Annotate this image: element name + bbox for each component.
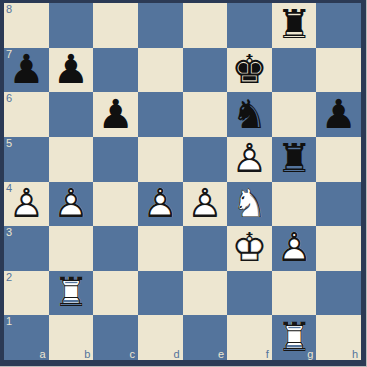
piece-glyph: ♜ <box>276 138 312 178</box>
piece-glyph-outline: ♙ <box>142 183 178 223</box>
piece-white-pawn-a4[interactable]: ♟♙ <box>4 182 49 227</box>
piece-black-rook-g5[interactable]: ♜ <box>272 137 317 182</box>
square-d6[interactable] <box>138 92 183 137</box>
square-h6[interactable]: ♟ <box>316 92 361 137</box>
square-b8[interactable] <box>49 3 94 48</box>
square-a5[interactable]: 5 <box>4 137 49 182</box>
square-d2[interactable] <box>138 271 183 316</box>
piece-white-pawn-f5[interactable]: ♟♙ <box>227 137 272 182</box>
piece-glyph-outline: ♖ <box>276 316 312 356</box>
piece-glyph-outline: ♙ <box>232 138 268 178</box>
piece-black-pawn-b7[interactable]: ♟ <box>49 48 94 93</box>
square-e8[interactable] <box>183 3 228 48</box>
rank-label-1: 1 <box>6 316 12 327</box>
square-g1[interactable]: g♜♖ <box>272 315 317 360</box>
square-f7[interactable]: ♚ <box>227 48 272 93</box>
piece-glyph: ♜ <box>276 4 312 44</box>
square-g4[interactable] <box>272 182 317 227</box>
piece-black-pawn-c6[interactable]: ♟ <box>93 92 138 137</box>
piece-white-pawn-e4[interactable]: ♟♙ <box>183 182 228 227</box>
square-h7[interactable] <box>316 48 361 93</box>
square-g3[interactable]: ♟♙ <box>272 226 317 271</box>
square-c8[interactable] <box>93 3 138 48</box>
square-b3[interactable] <box>49 226 94 271</box>
piece-white-king-f3[interactable]: ♚♔ <box>227 226 272 271</box>
square-e2[interactable] <box>183 271 228 316</box>
square-h1[interactable]: h <box>316 315 361 360</box>
square-e4[interactable]: ♟♙ <box>183 182 228 227</box>
square-c7[interactable] <box>93 48 138 93</box>
piece-glyph-outline: ♙ <box>8 183 44 223</box>
square-c1[interactable]: c <box>93 315 138 360</box>
square-f5[interactable]: ♟♙ <box>227 137 272 182</box>
piece-white-pawn-d4[interactable]: ♟♙ <box>138 182 183 227</box>
square-f8[interactable] <box>227 3 272 48</box>
piece-glyph-outline: ♘ <box>232 183 268 223</box>
file-label-d: d <box>173 349 179 360</box>
square-f3[interactable]: ♚♔ <box>227 226 272 271</box>
square-f6[interactable]: ♞ <box>227 92 272 137</box>
square-a4[interactable]: 4♟♙ <box>4 182 49 227</box>
piece-white-rook-g1[interactable]: ♜♖ <box>272 315 317 360</box>
square-g6[interactable] <box>272 92 317 137</box>
piece-glyph-outline: ♔ <box>232 227 268 267</box>
square-b4[interactable]: ♟♙ <box>49 182 94 227</box>
square-d3[interactable] <box>138 226 183 271</box>
square-d4[interactable]: ♟♙ <box>138 182 183 227</box>
rank-label-2: 2 <box>6 272 12 283</box>
piece-black-rook-g8[interactable]: ♜ <box>272 3 317 48</box>
square-c4[interactable] <box>93 182 138 227</box>
square-g2[interactable] <box>272 271 317 316</box>
square-g7[interactable] <box>272 48 317 93</box>
rank-label-5: 5 <box>6 138 12 149</box>
square-d8[interactable] <box>138 3 183 48</box>
file-label-f: f <box>266 349 269 360</box>
square-f2[interactable] <box>227 271 272 316</box>
square-a1[interactable]: 1a <box>4 315 49 360</box>
file-label-e: e <box>218 349 224 360</box>
rank-label-6: 6 <box>6 93 12 104</box>
piece-glyph-outline: ♙ <box>276 227 312 267</box>
square-h3[interactable] <box>316 226 361 271</box>
chess-board: 8♜7♟♟♚6♟♞♟5♟♙♜4♟♙♟♙♟♙♟♙♞♘3♚♔♟♙2♜♖1abcdef… <box>0 0 367 367</box>
piece-glyph: ♟ <box>98 93 134 133</box>
piece-white-pawn-g3[interactable]: ♟♙ <box>272 226 317 271</box>
file-label-b: b <box>84 349 90 360</box>
square-b1[interactable]: b <box>49 315 94 360</box>
square-b6[interactable] <box>49 92 94 137</box>
piece-glyph-outline: ♖ <box>53 272 89 312</box>
square-h8[interactable] <box>316 3 361 48</box>
square-h5[interactable] <box>316 137 361 182</box>
square-d7[interactable] <box>138 48 183 93</box>
square-g8[interactable]: ♜ <box>272 3 317 48</box>
board-grid: 8♜7♟♟♚6♟♞♟5♟♙♜4♟♙♟♙♟♙♟♙♞♘3♚♔♟♙2♜♖1abcdef… <box>4 3 361 360</box>
file-label-h: h <box>352 349 358 360</box>
square-a2[interactable]: 2 <box>4 271 49 316</box>
square-e1[interactable]: e <box>183 315 228 360</box>
square-g5[interactable]: ♜ <box>272 137 317 182</box>
piece-glyph: ♟ <box>321 93 357 133</box>
square-c3[interactable] <box>93 226 138 271</box>
piece-glyph: ♞ <box>232 93 268 133</box>
square-f4[interactable]: ♞♘ <box>227 182 272 227</box>
square-a8[interactable]: 8 <box>4 3 49 48</box>
square-e7[interactable] <box>183 48 228 93</box>
square-c6[interactable]: ♟ <box>93 92 138 137</box>
square-f1[interactable]: f <box>227 315 272 360</box>
rank-label-3: 3 <box>6 227 12 238</box>
square-d5[interactable] <box>138 137 183 182</box>
square-b7[interactable]: ♟ <box>49 48 94 93</box>
piece-black-knight-f6[interactable]: ♞ <box>227 92 272 137</box>
piece-glyph: ♟ <box>8 49 44 89</box>
piece-glyph-outline: ♙ <box>53 183 89 223</box>
piece-glyph: ♚ <box>232 49 268 89</box>
square-b2[interactable]: ♜♖ <box>49 271 94 316</box>
square-e6[interactable] <box>183 92 228 137</box>
piece-black-king-f7[interactable]: ♚ <box>227 48 272 93</box>
square-c2[interactable] <box>93 271 138 316</box>
piece-glyph-outline: ♙ <box>187 183 223 223</box>
piece-white-knight-f4[interactable]: ♞♘ <box>227 182 272 227</box>
piece-white-pawn-b4[interactable]: ♟♙ <box>49 182 94 227</box>
piece-black-pawn-a7[interactable]: ♟ <box>4 48 49 93</box>
square-d1[interactable]: d <box>138 315 183 360</box>
square-a3[interactable]: 3 <box>4 226 49 271</box>
square-a7[interactable]: 7♟ <box>4 48 49 93</box>
piece-glyph: ♟ <box>53 49 89 89</box>
file-label-a: a <box>40 349 46 360</box>
square-b5[interactable] <box>49 137 94 182</box>
square-h4[interactable] <box>316 182 361 227</box>
square-c5[interactable] <box>93 137 138 182</box>
piece-black-pawn-h6[interactable]: ♟ <box>316 92 361 137</box>
piece-white-rook-b2[interactable]: ♜♖ <box>49 271 94 316</box>
square-h2[interactable] <box>316 271 361 316</box>
square-a6[interactable]: 6 <box>4 92 49 137</box>
rank-label-8: 8 <box>6 4 12 15</box>
square-e5[interactable] <box>183 137 228 182</box>
square-e3[interactable] <box>183 226 228 271</box>
file-label-c: c <box>129 349 135 360</box>
